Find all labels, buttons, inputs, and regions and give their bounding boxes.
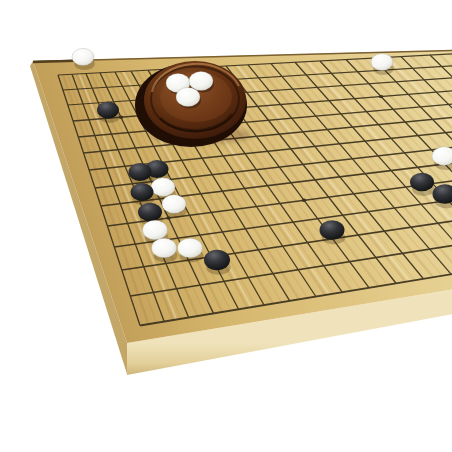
black-stone[interactable] [320,220,346,244]
white-stone[interactable] [162,195,187,218]
white-stone[interactable] [178,238,204,262]
white-stone[interactable] [72,48,95,70]
black-stone[interactable] [204,250,231,275]
black-stone[interactable] [410,173,435,196]
white-stone[interactable] [371,53,394,75]
black-stone[interactable] [129,163,153,185]
black-stone[interactable] [97,101,120,123]
black-stone[interactable] [131,183,155,205]
white-stone[interactable] [152,238,178,262]
go-board-photo-svg [0,0,452,452]
go-board-product-photo [0,0,452,452]
